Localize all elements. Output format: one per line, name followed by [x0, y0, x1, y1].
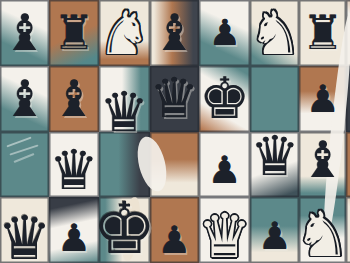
square-r3c8[interactable]: ♝	[346, 132, 350, 198]
chess-board: ♝♜♞♝♟♞♜♝♝♝♛♛♚♟♝♛♟♛♝♝♛♟♚♟♛♟♞♛	[0, 0, 350, 263]
square-r1c7[interactable]: ♜	[299, 0, 346, 66]
dark-bishop-piece[interactable]: ♝	[2, 8, 47, 58]
dark-pawn-piece[interactable]: ♟	[157, 221, 191, 259]
square-r2c8[interactable]: ♝	[346, 66, 350, 132]
dark-king-piece[interactable]: ♚	[92, 193, 156, 263]
square-r2c4[interactable]: ♛	[150, 66, 199, 132]
square-r4c4[interactable]: ♟	[150, 197, 199, 263]
square-r3c5[interactable]: ♟	[199, 132, 250, 198]
square-r3c2[interactable]: ♛	[49, 132, 98, 198]
square-r2c5[interactable]: ♚	[199, 66, 250, 132]
square-r1c2[interactable]: ♜	[49, 0, 98, 66]
dark-pawn-piece[interactable]: ♟	[306, 80, 340, 118]
dark-queen-piece[interactable]: ♛	[346, 209, 350, 263]
square-r3c6[interactable]: ♛	[250, 132, 299, 198]
square-r1c4[interactable]: ♝	[150, 0, 199, 66]
dark-rook-piece[interactable]: ♜	[53, 9, 95, 56]
square-r4c7[interactable]: ♞	[299, 197, 346, 263]
square-r2c6[interactable]	[250, 66, 299, 132]
dark-rook-piece[interactable]: ♜	[302, 9, 344, 56]
square-r1c3[interactable]: ♞	[99, 0, 150, 66]
dark-queen-piece[interactable]: ♛	[100, 85, 149, 140]
square-r3c7[interactable]: ♝	[299, 132, 346, 198]
light-knight-piece[interactable]: ♞	[97, 3, 151, 63]
dark-pawn-piece[interactable]: ♟	[57, 219, 91, 257]
square-r4c8[interactable]: ♛	[346, 197, 350, 263]
dark-queen-piece[interactable]: ♛	[49, 143, 98, 198]
square-r2c2[interactable]: ♝	[49, 66, 98, 132]
dark-queen-piece[interactable]: ♛	[250, 129, 299, 184]
square-r1c6[interactable]: ♞	[250, 0, 299, 66]
dark-queen-piece[interactable]: ♛	[0, 208, 52, 263]
chess-illustration: ♝♜♞♝♟♞♜♝♝♝♛♛♚♟♝♛♟♛♝♝♛♟♚♟♛♟♞♛	[0, 0, 350, 263]
square-r2c3[interactable]: ♛	[99, 66, 150, 132]
dark-bishop-piece[interactable]: ♝	[2, 74, 47, 124]
light-queen-piece[interactable]: ♛	[197, 206, 251, 263]
square-r4c3[interactable]: ♚	[99, 197, 150, 263]
light-knight-piece[interactable]: ♞	[295, 203, 350, 263]
square-r4c6[interactable]: ♟	[250, 197, 299, 263]
square-r2c1[interactable]: ♝	[0, 66, 49, 132]
light-knight-piece[interactable]: ♞	[248, 3, 302, 63]
dark-queen-piece[interactable]: ♛	[150, 71, 199, 126]
square-r1c5[interactable]: ♟	[199, 0, 250, 66]
square-r4c2[interactable]: ♟	[49, 197, 98, 263]
dark-bishop-piece[interactable]: ♝	[152, 8, 197, 58]
dark-bishop-piece[interactable]: ♝	[300, 135, 345, 185]
dark-king-piece[interactable]: ♚	[199, 70, 250, 127]
square-r4c1[interactable]: ♛	[0, 197, 49, 263]
square-r3c4[interactable]	[150, 132, 199, 198]
dark-bishop-piece[interactable]: ♝	[52, 74, 97, 124]
square-r1c8[interactable]: ♝	[346, 0, 350, 66]
dark-pawn-piece[interactable]: ♟	[208, 151, 242, 189]
dark-pawn-piece[interactable]: ♟	[258, 217, 292, 255]
square-r1c1[interactable]: ♝	[0, 0, 49, 66]
square-r3c1[interactable]	[0, 132, 49, 198]
square-r2c7[interactable]: ♟	[299, 66, 346, 132]
square-r4c5[interactable]: ♛	[199, 197, 250, 263]
dark-pawn-piece[interactable]: ♟	[208, 15, 240, 51]
